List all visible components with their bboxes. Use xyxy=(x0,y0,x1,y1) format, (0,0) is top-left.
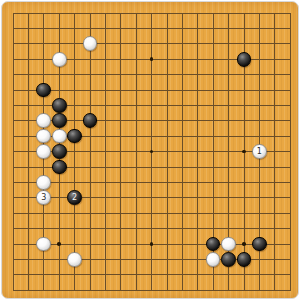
grid-line-vertical xyxy=(28,13,29,291)
grid-line-vertical xyxy=(290,13,291,291)
grid-line-horizontal xyxy=(13,136,291,137)
grid-line-vertical xyxy=(43,13,44,291)
grid-line-vertical xyxy=(59,13,60,291)
stone-white-c8 xyxy=(36,175,51,190)
stone-white-c10 xyxy=(36,144,51,159)
stone-white-r10: 1 xyxy=(252,144,267,159)
grid-line-vertical xyxy=(90,13,91,291)
grid-line-horizontal xyxy=(13,13,291,14)
star-point xyxy=(242,57,246,61)
go-board[interactable]: 132 xyxy=(1,1,299,299)
star-point xyxy=(150,150,154,154)
grid-line-vertical xyxy=(259,13,260,291)
stone-black-d13 xyxy=(52,98,67,113)
stone-black-q3 xyxy=(237,252,252,267)
stone-white-o3 xyxy=(206,252,221,267)
stone-black-p3 xyxy=(221,252,236,267)
grid-line-horizontal xyxy=(13,120,291,121)
move-number-label: 2 xyxy=(72,194,77,202)
stone-white-p4 xyxy=(221,237,236,252)
move-number-label: 3 xyxy=(41,194,46,202)
grid-line-horizontal xyxy=(13,167,291,168)
stone-black-e7: 2 xyxy=(67,190,82,205)
grid-line-vertical xyxy=(274,13,275,291)
grid-line-horizontal xyxy=(13,59,291,60)
stone-black-o4 xyxy=(206,237,221,252)
stone-white-c4 xyxy=(36,237,51,252)
stone-white-f17 xyxy=(83,36,98,51)
grid-line-vertical xyxy=(151,13,152,291)
grid-line-vertical xyxy=(228,13,229,291)
grid-line-vertical xyxy=(136,13,137,291)
stone-black-c14 xyxy=(36,83,51,98)
grid-line-horizontal xyxy=(13,151,291,152)
grid-line-vertical xyxy=(182,13,183,291)
grid-line-horizontal xyxy=(13,290,291,291)
grid-line-horizontal xyxy=(13,28,291,29)
star-point xyxy=(242,242,246,246)
grid-line-horizontal xyxy=(13,43,291,44)
star-point xyxy=(150,57,154,61)
grid-line-horizontal xyxy=(13,244,291,245)
grid-line-vertical xyxy=(74,13,75,291)
move-number-label: 1 xyxy=(257,148,262,156)
grid-line-vertical xyxy=(167,13,168,291)
grid-line-horizontal xyxy=(13,105,291,106)
star-point xyxy=(242,150,246,154)
grid-line-horizontal xyxy=(13,182,291,183)
stone-black-d12 xyxy=(52,113,67,128)
grid-line-horizontal xyxy=(13,274,291,275)
grid-lines xyxy=(13,13,291,291)
star-point xyxy=(57,57,61,61)
grid-line-vertical xyxy=(120,13,121,291)
grid-line-horizontal xyxy=(13,213,291,214)
grid-line-horizontal xyxy=(13,197,291,198)
star-point xyxy=(150,242,154,246)
grid-line-vertical xyxy=(213,13,214,291)
grid-line-vertical xyxy=(244,13,245,291)
stone-black-e11 xyxy=(67,129,82,144)
stones-grid: 132 xyxy=(5,5,298,298)
stone-white-c7: 3 xyxy=(36,190,51,205)
stone-white-d16 xyxy=(52,52,67,67)
stone-black-q16 xyxy=(237,52,252,67)
grid-line-vertical xyxy=(105,13,106,291)
grid-line-horizontal xyxy=(13,90,291,91)
stone-white-d11 xyxy=(52,129,67,144)
stone-white-e3 xyxy=(67,252,82,267)
grid-line-horizontal xyxy=(13,74,291,75)
stone-black-d10 xyxy=(52,144,67,159)
grid-line-horizontal xyxy=(13,228,291,229)
star-point xyxy=(57,150,61,154)
stone-black-f12 xyxy=(83,113,98,128)
grid-line-vertical xyxy=(197,13,198,291)
stone-white-c12 xyxy=(36,113,51,128)
grid-line-vertical xyxy=(13,13,14,291)
grid-line-horizontal xyxy=(13,259,291,260)
star-point xyxy=(57,242,61,246)
stone-white-c11 xyxy=(36,129,51,144)
stone-black-d9 xyxy=(52,160,67,175)
stone-black-r4 xyxy=(252,237,267,252)
